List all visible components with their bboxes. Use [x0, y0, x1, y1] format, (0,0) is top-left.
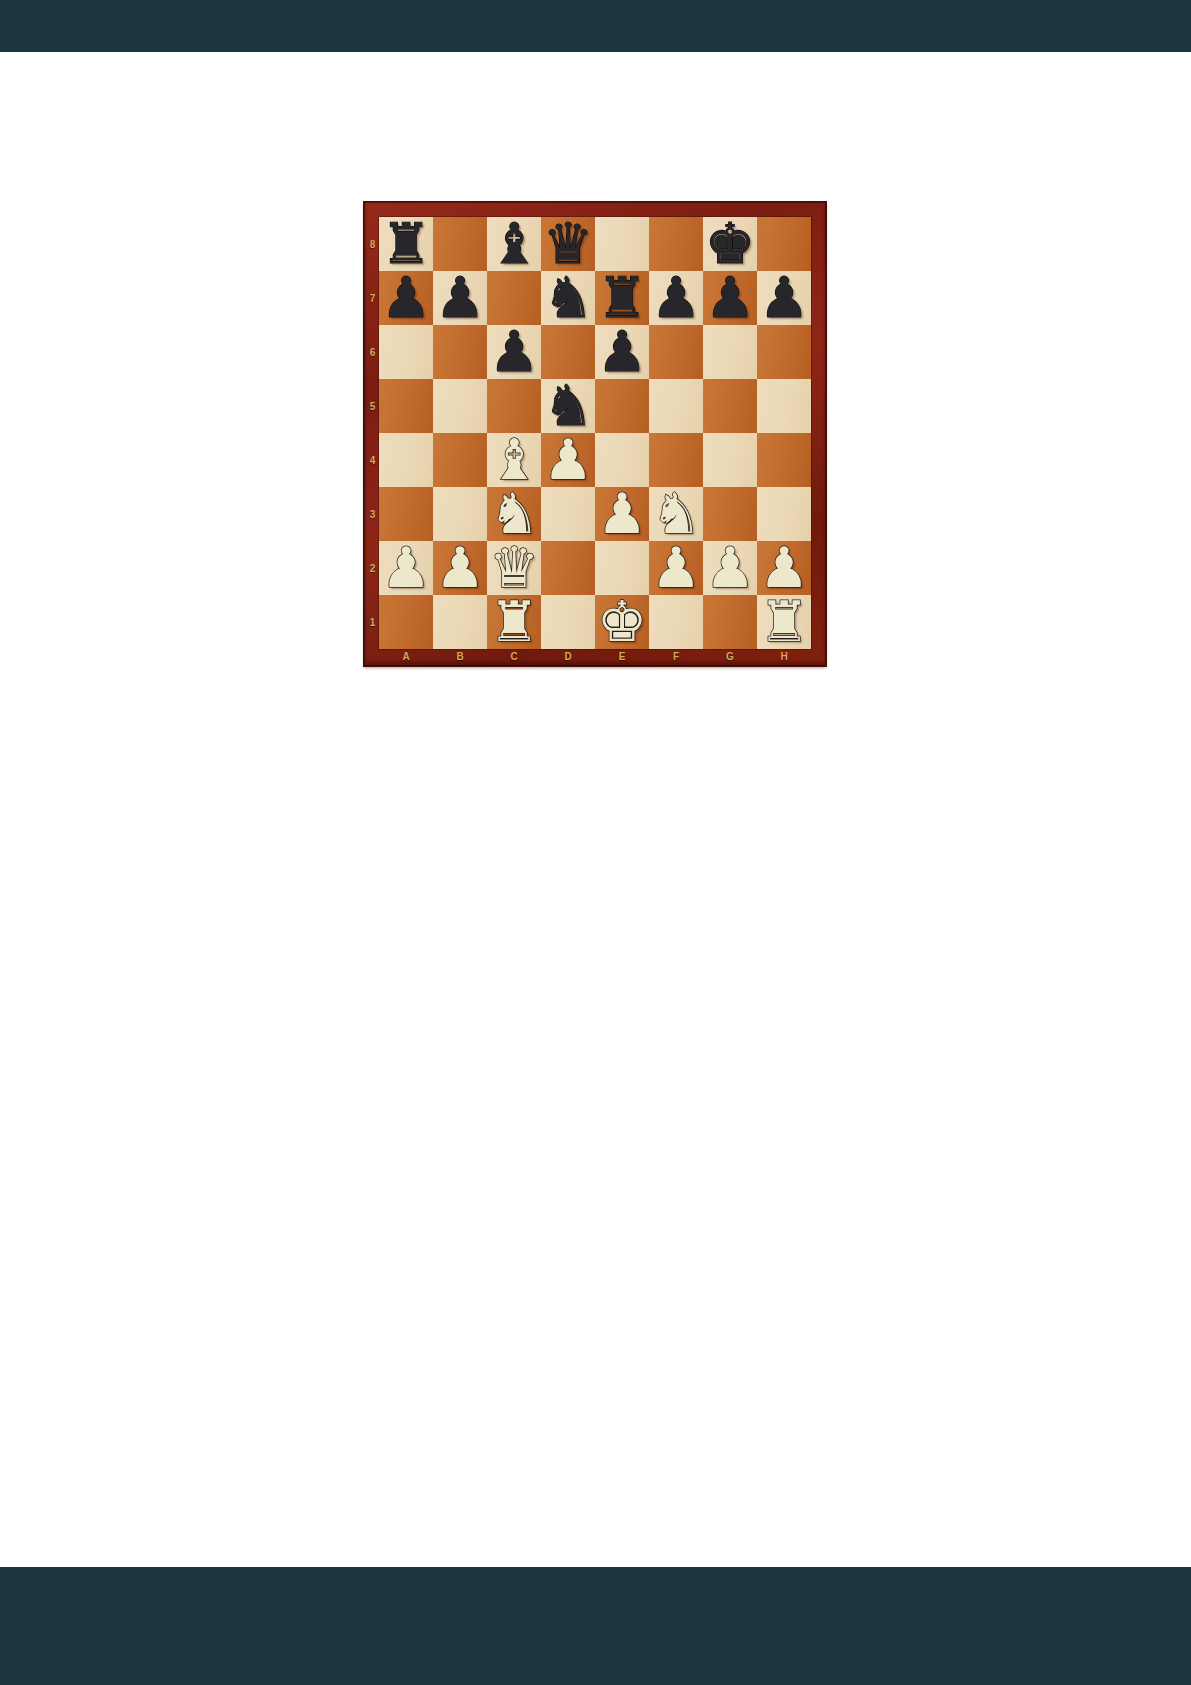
square-d3 [541, 487, 595, 541]
square-a7: ♟ [379, 271, 433, 325]
square-f2: ♟ [649, 541, 703, 595]
file-label-f: F [649, 650, 703, 665]
square-f4 [649, 433, 703, 487]
black-queen: ♛ [543, 217, 593, 271]
square-d2 [541, 541, 595, 595]
square-c5 [487, 379, 541, 433]
square-e5 [595, 379, 649, 433]
square-c1: ♜ [487, 595, 541, 649]
file-label-b: B [433, 650, 487, 665]
black-pawn: ♟ [435, 271, 485, 325]
white-pawn: ♟ [705, 541, 755, 595]
rank-label-6: 6 [366, 325, 379, 379]
square-b5 [433, 379, 487, 433]
rank-label-5: 5 [366, 379, 379, 433]
black-rook: ♜ [381, 217, 431, 271]
white-knight: ♞ [489, 487, 539, 541]
square-h4 [757, 433, 811, 487]
square-g5 [703, 379, 757, 433]
square-g6 [703, 325, 757, 379]
square-h1: ♜ [757, 595, 811, 649]
black-knight: ♞ [543, 379, 593, 433]
white-pawn: ♟ [381, 541, 431, 595]
square-e2 [595, 541, 649, 595]
square-b3 [433, 487, 487, 541]
rank-label-3: 3 [366, 487, 379, 541]
square-d1 [541, 595, 595, 649]
file-label-h: H [757, 650, 811, 665]
square-h3 [757, 487, 811, 541]
white-pawn: ♟ [759, 541, 809, 595]
square-a3 [379, 487, 433, 541]
black-pawn: ♟ [489, 325, 539, 379]
square-b1 [433, 595, 487, 649]
square-f7: ♟ [649, 271, 703, 325]
square-a2: ♟ [379, 541, 433, 595]
square-g3 [703, 487, 757, 541]
black-pawn: ♟ [381, 271, 431, 325]
square-g8: ♚ [703, 217, 757, 271]
white-rook: ♜ [489, 595, 539, 649]
square-d5: ♞ [541, 379, 595, 433]
square-b8 [433, 217, 487, 271]
square-d4: ♟ [541, 433, 595, 487]
square-c3: ♞ [487, 487, 541, 541]
rank-label-4: 4 [366, 433, 379, 487]
square-a5 [379, 379, 433, 433]
black-knight: ♞ [543, 271, 593, 325]
file-label-a: A [379, 650, 433, 665]
white-pawn: ♟ [651, 541, 701, 595]
rank-label-1: 1 [366, 595, 379, 649]
rank-label-8: 8 [366, 217, 379, 271]
square-a8: ♜ [379, 217, 433, 271]
square-c4: ♝ [487, 433, 541, 487]
square-h8 [757, 217, 811, 271]
square-h6 [757, 325, 811, 379]
square-b6 [433, 325, 487, 379]
square-h5 [757, 379, 811, 433]
square-g4 [703, 433, 757, 487]
square-f6 [649, 325, 703, 379]
black-rook: ♜ [597, 271, 647, 325]
square-g2: ♟ [703, 541, 757, 595]
black-pawn: ♟ [597, 325, 647, 379]
black-king: ♚ [705, 217, 755, 271]
square-d8: ♛ [541, 217, 595, 271]
square-b4 [433, 433, 487, 487]
square-f8 [649, 217, 703, 271]
rank-label-2: 2 [366, 541, 379, 595]
top-banner [0, 0, 1191, 52]
square-b7: ♟ [433, 271, 487, 325]
square-f5 [649, 379, 703, 433]
black-pawn: ♟ [759, 271, 809, 325]
rank-label-7: 7 [366, 271, 379, 325]
white-pawn: ♟ [597, 487, 647, 541]
black-pawn: ♟ [651, 271, 701, 325]
square-h2: ♟ [757, 541, 811, 595]
square-a1 [379, 595, 433, 649]
white-bishop: ♝ [489, 433, 539, 487]
square-e8 [595, 217, 649, 271]
square-e4 [595, 433, 649, 487]
board-grid: ♜♝♛♚♟♟♞♜♟♟♟♟♟♞♝♟♞♟♞♟♟♛♟♟♟♜♚♜ [379, 217, 811, 649]
square-e1: ♚ [595, 595, 649, 649]
file-label-d: D [541, 650, 595, 665]
white-pawn: ♟ [543, 433, 593, 487]
black-pawn: ♟ [705, 271, 755, 325]
white-pawn: ♟ [435, 541, 485, 595]
square-e3: ♟ [595, 487, 649, 541]
white-queen: ♛ [489, 541, 539, 595]
square-g1 [703, 595, 757, 649]
square-e7: ♜ [595, 271, 649, 325]
square-c2: ♛ [487, 541, 541, 595]
square-c8: ♝ [487, 217, 541, 271]
bottom-banner: 9 [0, 1567, 1191, 1685]
white-king: ♚ [597, 595, 647, 649]
white-rook: ♜ [759, 595, 809, 649]
square-f3: ♞ [649, 487, 703, 541]
square-a4 [379, 433, 433, 487]
chess-board: ♜♝♛♚♟♟♞♜♟♟♟♟♟♞♝♟♞♟♞♟♟♛♟♟♟♜♚♜ 87654321 AB… [364, 202, 826, 666]
square-d7: ♞ [541, 271, 595, 325]
square-h7: ♟ [757, 271, 811, 325]
black-bishop: ♝ [489, 217, 539, 271]
square-d6 [541, 325, 595, 379]
white-knight: ♞ [651, 487, 701, 541]
square-e6: ♟ [595, 325, 649, 379]
square-a6 [379, 325, 433, 379]
square-g7: ♟ [703, 271, 757, 325]
file-label-e: E [595, 650, 649, 665]
square-f1 [649, 595, 703, 649]
file-label-c: C [487, 650, 541, 665]
square-b2: ♟ [433, 541, 487, 595]
file-label-g: G [703, 650, 757, 665]
square-c7 [487, 271, 541, 325]
square-c6: ♟ [487, 325, 541, 379]
